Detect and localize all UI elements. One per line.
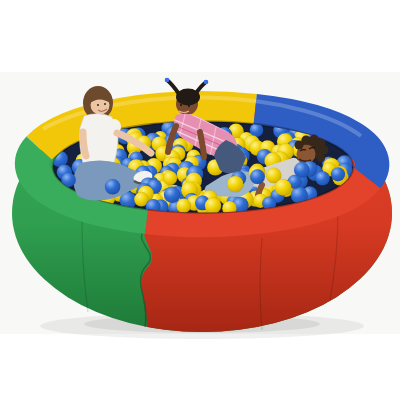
ball [205,198,221,214]
child-left-eye [97,104,99,106]
ball [163,171,177,185]
ball-pit-illustration [0,0,400,400]
ball [275,179,292,196]
ball [250,169,265,184]
child-middle-eye [180,104,182,106]
child-middle-arm2 [200,132,204,157]
ball [176,199,191,214]
child-middle-hairclip-2 [204,80,209,85]
ball [331,167,345,181]
child-left-eye2 [104,103,106,105]
child-left-arm2 [83,132,86,156]
ball [227,176,243,192]
ball [164,187,180,203]
child-middle-eye2 [188,105,190,107]
ball [105,179,120,194]
child-middle-hairclip [165,78,170,83]
ball [315,171,329,185]
child-middle-hair [176,89,200,106]
product-photo [0,0,400,400]
